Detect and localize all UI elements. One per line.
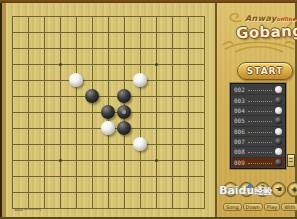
move-row[interactable]: 008 — [232, 147, 284, 157]
move-number: 002 — [234, 86, 245, 93]
game-title: Gobang — [236, 22, 297, 42]
help-button[interactable]: ? — [255, 182, 270, 197]
hand-button[interactable]: ☚ — [271, 182, 286, 197]
black-stone-icon — [275, 97, 282, 104]
settings-icon: ◎ — [227, 185, 234, 194]
move-row[interactable]: 009 — [232, 158, 284, 167]
move-row[interactable]: 002 — [232, 85, 284, 95]
sound-button[interactable]: ♫ — [239, 182, 254, 197]
footer-link[interactable]: Down — [243, 203, 263, 211]
dotted-leader — [248, 152, 272, 153]
side-panel: Anwayonline Gobang START 002003004005006… — [217, 3, 297, 217]
footer-links-row: SongDownPlayWithEX — [223, 203, 297, 211]
dotted-leader — [248, 111, 272, 112]
scrollbar-thumb[interactable] — [287, 154, 295, 167]
move-row[interactable]: 003 — [232, 95, 284, 105]
game-window: www.**********/ Anwayonline Gobang START… — [0, 0, 297, 219]
black-stone — [117, 89, 131, 103]
footer-link[interactable]: Play — [264, 203, 280, 211]
move-number: 009 — [234, 159, 245, 166]
last-move-marker — [122, 110, 126, 114]
black-stone-icon — [275, 138, 282, 145]
move-number: 007 — [234, 138, 245, 145]
move-row[interactable]: 005 — [232, 116, 284, 126]
dotted-leader — [248, 90, 272, 91]
move-number: 006 — [234, 128, 245, 135]
footer-link[interactable]: Song — [223, 203, 242, 211]
black-stone-icon — [275, 117, 282, 124]
black-stone — [101, 105, 115, 119]
dotted-leader — [248, 132, 272, 133]
white-stone-icon — [275, 148, 282, 155]
move-number: 004 — [234, 107, 245, 114]
white-stone-icon — [275, 128, 282, 135]
sound-icon: ♫ — [243, 185, 250, 194]
move-number: 008 — [234, 148, 245, 155]
footer-link[interactable]: With — [281, 203, 297, 211]
white-stone — [69, 73, 83, 87]
star-point — [59, 63, 62, 66]
start-button[interactable]: START — [237, 62, 293, 80]
star-point — [155, 159, 158, 162]
move-row[interactable]: 006 — [232, 127, 284, 137]
move-number: 003 — [234, 97, 245, 104]
extra-button[interactable]: ◈ — [287, 182, 297, 197]
white-stone — [101, 121, 115, 135]
dotted-leader — [248, 142, 272, 143]
move-number: 005 — [234, 117, 245, 124]
star-point — [59, 159, 62, 162]
window-bottom-border — [0, 217, 297, 219]
white-stone-icon — [275, 107, 282, 114]
black-stone-icon — [275, 159, 282, 166]
board-grid[interactable] — [12, 16, 205, 209]
dotted-leader — [248, 101, 272, 102]
hand-icon: ☚ — [275, 185, 282, 194]
dotted-leader — [248, 163, 272, 164]
black-stone — [117, 105, 131, 119]
move-row[interactable]: 007 — [232, 137, 284, 147]
extra-icon: ◈ — [291, 185, 297, 194]
white-stone — [133, 73, 147, 87]
move-list-panel: 002003004005006007008009 — [230, 83, 286, 169]
star-point — [155, 63, 158, 66]
board-area: www.**********/ — [6, 3, 215, 217]
black-stone — [85, 89, 99, 103]
brand-suffix: online — [277, 16, 297, 22]
black-stone — [117, 121, 131, 135]
move-row[interactable]: 004 — [232, 106, 284, 116]
help-icon: ? — [260, 185, 264, 194]
settings-button[interactable]: ◎ — [223, 182, 238, 197]
white-stone-icon — [275, 86, 282, 93]
board-url-watermark: www.**********/ — [14, 208, 41, 212]
white-stone — [133, 137, 147, 151]
control-buttons-row: ◎♫?☚◈ — [223, 182, 297, 197]
dotted-leader — [248, 121, 272, 122]
logo: Anwayonline Gobang — [217, 7, 297, 55]
